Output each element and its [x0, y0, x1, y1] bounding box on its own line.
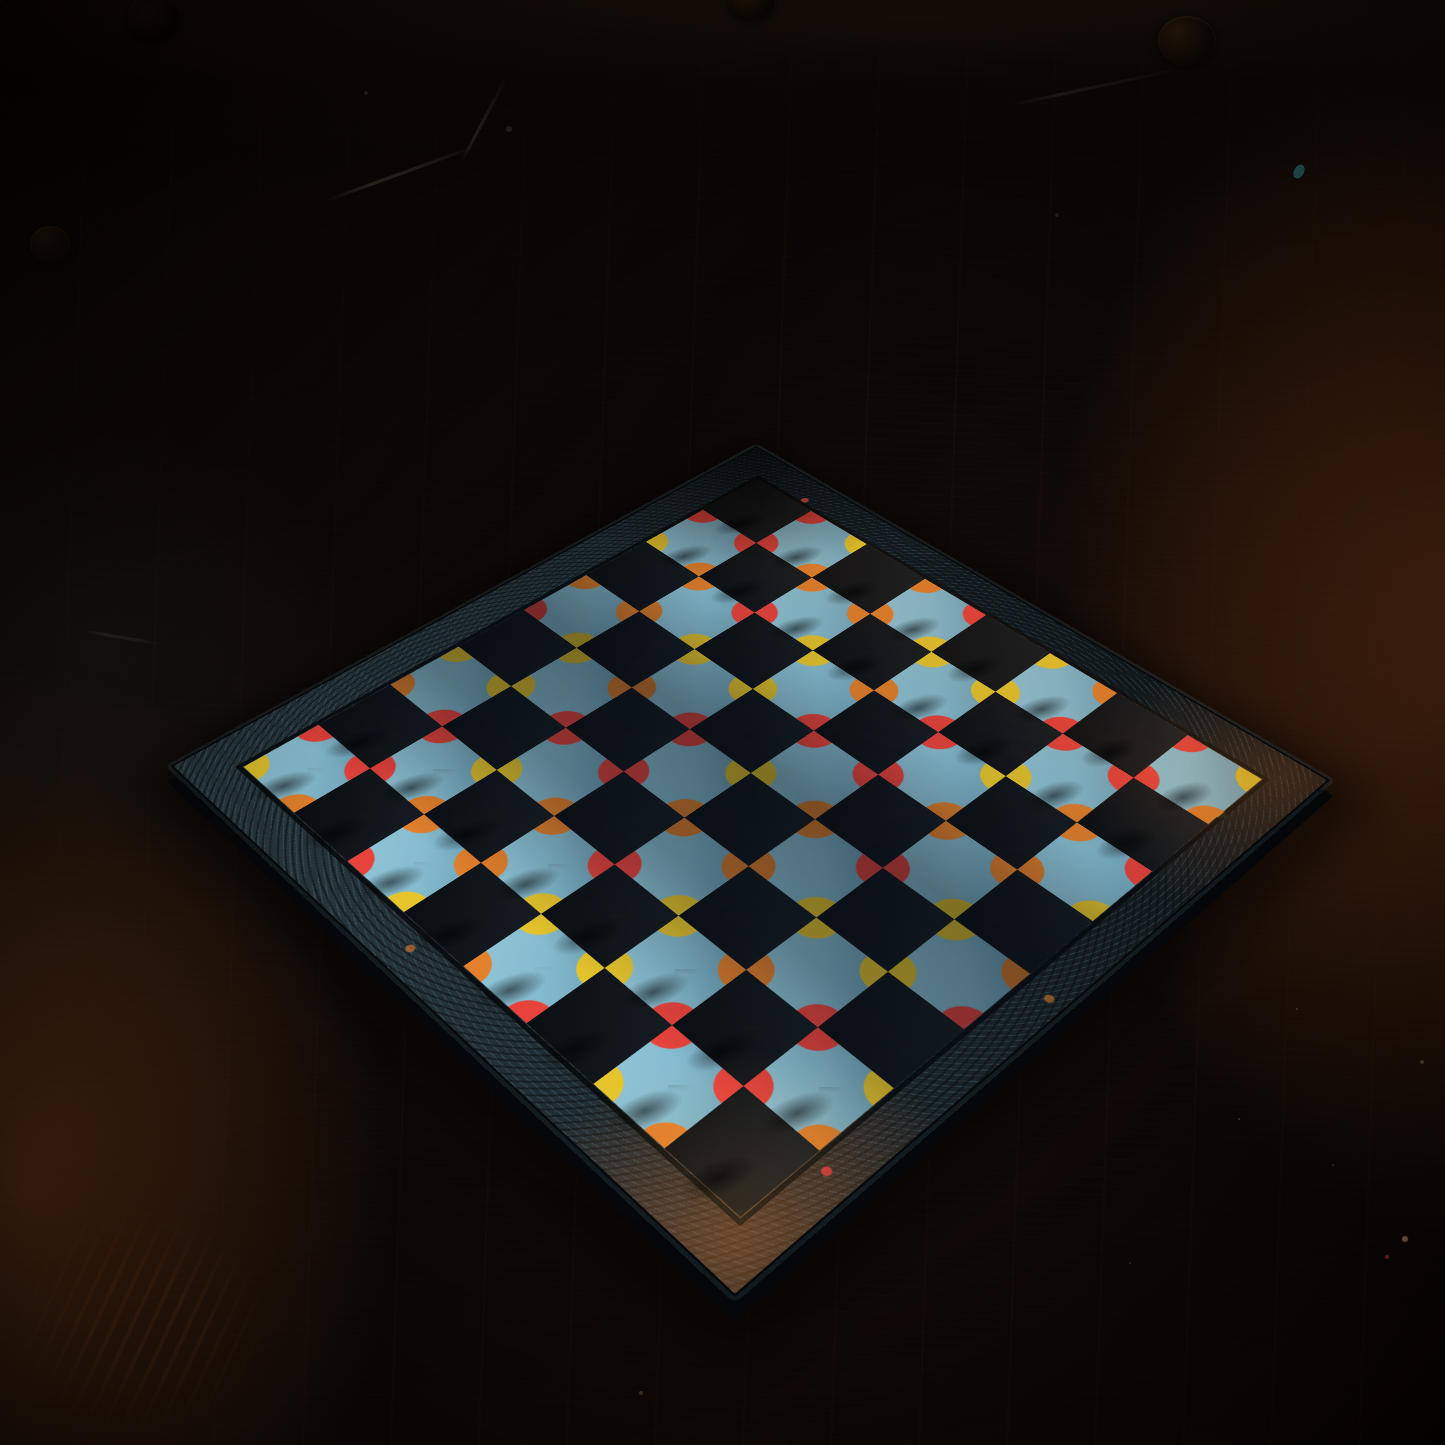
- board-grid: [244, 479, 1262, 1217]
- chess-board: ♜♞♝♛♚♝♞♜♟♟♟♟♟♟♟♟♟♟♟♟♟♟♟♟♜♞♝♛♚♝♞♜: [171, 446, 1330, 1297]
- board-scene: ♜♞♝♛♚♝♞♜♟♟♟♟♟♟♟♟♟♟♟♟♟♟♟♟♜♞♝♛♚♝♞♜: [0, 0, 1445, 1445]
- photo-scene: ♜♞♝♛♚♝♞♜♟♟♟♟♟♟♟♟♟♟♟♟♟♟♟♟♜♞♝♛♚♝♞♜: [0, 0, 1445, 1445]
- board-frame: ♜♞♝♛♚♝♞♜♟♟♟♟♟♟♟♟♟♟♟♟♟♟♟♟♜♞♝♛♚♝♞♜: [171, 446, 1330, 1297]
